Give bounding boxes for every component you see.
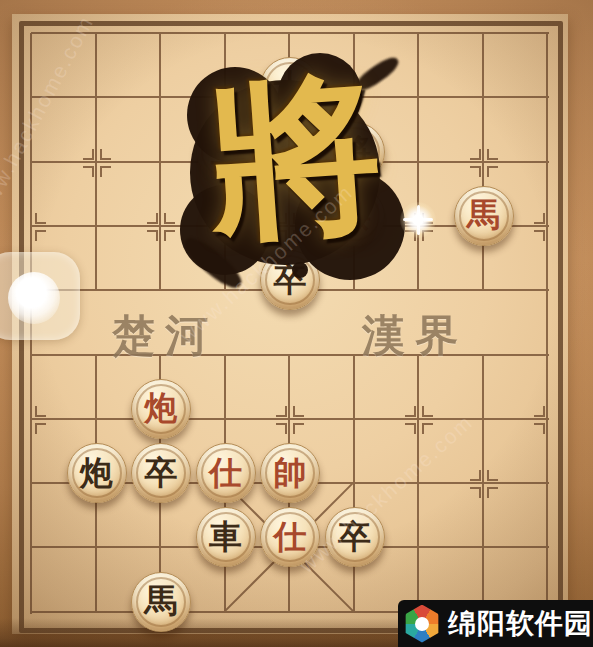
assist-orb-icon [8, 272, 60, 324]
piece-black-horse[interactable]: 馬 [131, 572, 191, 632]
piece-character: 炮 [132, 380, 190, 438]
piece-character: 卒 [132, 444, 190, 502]
piece-character: 卒 [326, 508, 384, 566]
site-watermark-logo: 绵阳软件园 [398, 600, 593, 647]
piece-character: 車 [197, 508, 255, 566]
piece-character: 仕 [261, 508, 319, 566]
piece-black-soldier[interactable]: 卒 [325, 507, 385, 567]
piece-black-chariot[interactable]: 車 [196, 507, 256, 567]
piece-character: 炮 [68, 444, 126, 502]
pinwheel-logo-icon [403, 605, 441, 643]
piece-red-general[interactable]: 帥 [260, 443, 320, 503]
check-banner-text: 將 [193, 46, 398, 274]
piece-character: 帥 [261, 444, 319, 502]
piece-character: 馬 [455, 187, 513, 245]
xiangqi-board-screen: 楚河 漢界 士士將兵馬卒炮炮卒仕帥車仕卒馬 將 www.hackhome.com… [0, 0, 593, 647]
site-logo-text: 绵阳软件园 [448, 605, 593, 643]
river-label-left: 楚河 [112, 307, 218, 365]
piece-black-cannon[interactable]: 炮 [67, 443, 127, 503]
piece-red-advisor[interactable]: 仕 [196, 443, 256, 503]
piece-red-horse[interactable]: 馬 [454, 186, 514, 246]
piece-red-advisor[interactable]: 仕 [260, 507, 320, 567]
piece-character: 馬 [132, 573, 190, 631]
floating-assist-widget[interactable] [0, 252, 80, 340]
river-label-right: 漢界 [362, 307, 468, 365]
piece-black-soldier[interactable]: 卒 [131, 443, 191, 503]
piece-character: 仕 [197, 444, 255, 502]
piece-red-cannon[interactable]: 炮 [131, 379, 191, 439]
